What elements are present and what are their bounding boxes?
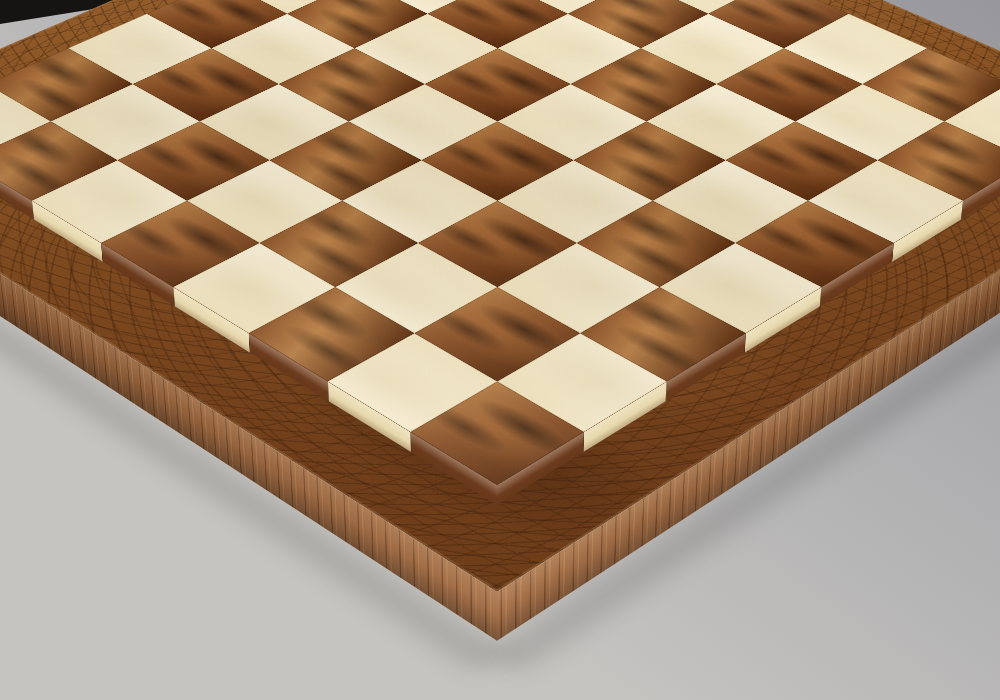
scene xyxy=(0,0,1000,700)
